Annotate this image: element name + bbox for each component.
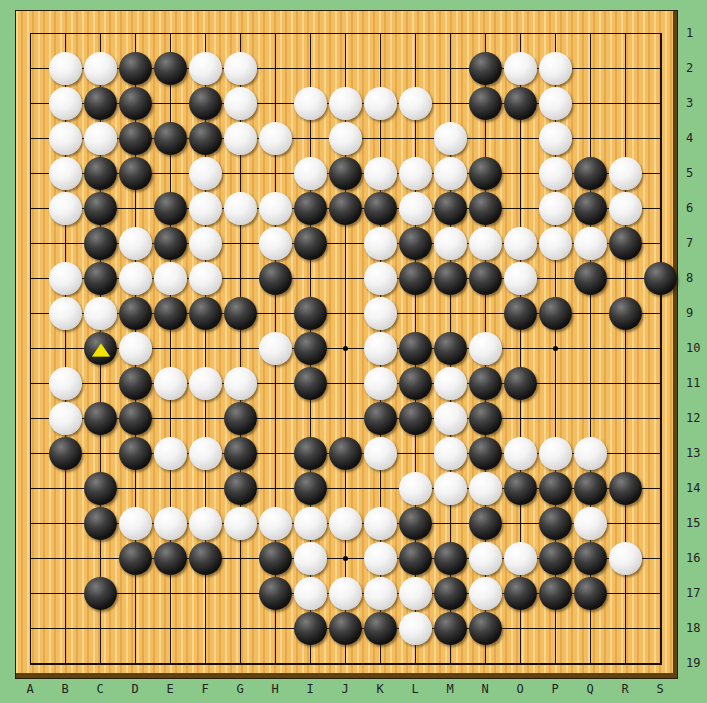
black-stone-N18 — [469, 612, 502, 645]
black-stone-R7 — [609, 227, 642, 260]
black-stone-N3 — [469, 87, 502, 120]
star-point — [553, 346, 558, 351]
white-stone-P5 — [539, 157, 572, 190]
black-stone-D11 — [119, 367, 152, 400]
black-stone-H16 — [259, 542, 292, 575]
white-stone-G15 — [224, 507, 257, 540]
black-stone-J18 — [329, 612, 362, 645]
black-stone-Q17 — [574, 577, 607, 610]
white-stone-I3 — [294, 87, 327, 120]
white-stone-P3 — [539, 87, 572, 120]
white-stone-D8 — [119, 262, 152, 295]
white-stone-G4 — [224, 122, 257, 155]
black-stone-C12 — [84, 402, 117, 435]
black-stone-R14 — [609, 472, 642, 505]
white-stone-K5 — [364, 157, 397, 190]
column-label-B: B — [61, 683, 68, 695]
black-stone-P16 — [539, 542, 572, 575]
white-stone-K15 — [364, 507, 397, 540]
black-stone-L12 — [399, 402, 432, 435]
black-stone-E7 — [154, 227, 187, 260]
black-stone-I14 — [294, 472, 327, 505]
white-stone-K16 — [364, 542, 397, 575]
white-stone-G6 — [224, 192, 257, 225]
white-stone-K7 — [364, 227, 397, 260]
black-stone-P15 — [539, 507, 572, 540]
black-stone-Q8 — [574, 262, 607, 295]
black-stone-I18 — [294, 612, 327, 645]
row-label-19: 19 — [686, 657, 700, 669]
column-label-I: I — [306, 683, 313, 695]
black-stone-L15 — [399, 507, 432, 540]
black-stone-E6 — [154, 192, 187, 225]
black-stone-J5 — [329, 157, 362, 190]
white-stone-D7 — [119, 227, 152, 260]
white-stone-P13 — [539, 437, 572, 470]
white-stone-B11 — [49, 367, 82, 400]
white-stone-L5 — [399, 157, 432, 190]
row-label-2: 2 — [686, 62, 693, 74]
black-stone-I10 — [294, 332, 327, 365]
white-stone-K13 — [364, 437, 397, 470]
goban-grid-layer[interactable] — [30, 33, 662, 665]
white-stone-H10 — [259, 332, 292, 365]
black-stone-O11 — [504, 367, 537, 400]
row-label-16: 16 — [686, 552, 700, 564]
white-stone-F11 — [189, 367, 222, 400]
white-stone-G3 — [224, 87, 257, 120]
black-stone-G14 — [224, 472, 257, 505]
black-stone-N5 — [469, 157, 502, 190]
black-stone-Q5 — [574, 157, 607, 190]
white-stone-E13 — [154, 437, 187, 470]
column-label-G: G — [236, 683, 243, 695]
white-stone-N14 — [469, 472, 502, 505]
white-stone-L14 — [399, 472, 432, 505]
black-stone-Q16 — [574, 542, 607, 575]
black-stone-K18 — [364, 612, 397, 645]
black-stone-L10 — [399, 332, 432, 365]
black-stone-D16 — [119, 542, 152, 575]
black-stone-G9 — [224, 297, 257, 330]
white-stone-O16 — [504, 542, 537, 575]
row-label-7: 7 — [686, 237, 693, 249]
black-stone-L11 — [399, 367, 432, 400]
row-label-10: 10 — [686, 342, 700, 354]
row-label-17: 17 — [686, 587, 700, 599]
white-stone-G2 — [224, 52, 257, 85]
white-stone-K10 — [364, 332, 397, 365]
column-label-L: L — [411, 683, 418, 695]
white-stone-B9 — [49, 297, 82, 330]
white-stone-P2 — [539, 52, 572, 85]
black-stone-H17 — [259, 577, 292, 610]
black-stone-I7 — [294, 227, 327, 260]
white-stone-L6 — [399, 192, 432, 225]
black-stone-O9 — [504, 297, 537, 330]
white-stone-J15 — [329, 507, 362, 540]
black-stone-Q6 — [574, 192, 607, 225]
white-stone-B8 — [49, 262, 82, 295]
white-stone-O2 — [504, 52, 537, 85]
white-stone-N7 — [469, 227, 502, 260]
white-stone-M7 — [434, 227, 467, 260]
black-stone-C8 — [84, 262, 117, 295]
white-stone-O7 — [504, 227, 537, 260]
white-stone-H15 — [259, 507, 292, 540]
black-stone-C7 — [84, 227, 117, 260]
white-stone-H6 — [259, 192, 292, 225]
white-stone-K11 — [364, 367, 397, 400]
white-stone-E15 — [154, 507, 187, 540]
black-stone-F9 — [189, 297, 222, 330]
row-label-14: 14 — [686, 482, 700, 494]
white-stone-I15 — [294, 507, 327, 540]
column-label-S: S — [656, 683, 663, 695]
white-stone-F5 — [189, 157, 222, 190]
white-stone-H4 — [259, 122, 292, 155]
black-stone-I9 — [294, 297, 327, 330]
white-stone-N10 — [469, 332, 502, 365]
white-stone-K17 — [364, 577, 397, 610]
black-stone-M6 — [434, 192, 467, 225]
row-label-3: 3 — [686, 97, 693, 109]
black-stone-E4 — [154, 122, 187, 155]
black-stone-P17 — [539, 577, 572, 610]
row-label-12: 12 — [686, 412, 700, 424]
column-label-C: C — [96, 683, 103, 695]
black-stone-N2 — [469, 52, 502, 85]
white-stone-E8 — [154, 262, 187, 295]
white-stone-Q15 — [574, 507, 607, 540]
go-app: { "game": { "name": "go", "board_size": … — [0, 0, 707, 703]
black-stone-F3 — [189, 87, 222, 120]
black-stone-J13 — [329, 437, 362, 470]
black-stone-K12 — [364, 402, 397, 435]
column-label-H: H — [271, 683, 278, 695]
black-stone-D4 — [119, 122, 152, 155]
white-stone-J3 — [329, 87, 362, 120]
marked-stone-C10 — [84, 332, 117, 365]
column-label-M: M — [446, 683, 453, 695]
white-stone-L18 — [399, 612, 432, 645]
white-stone-F8 — [189, 262, 222, 295]
white-stone-M5 — [434, 157, 467, 190]
white-stone-L17 — [399, 577, 432, 610]
black-stone-C3 — [84, 87, 117, 120]
white-stone-O8 — [504, 262, 537, 295]
white-stone-C9 — [84, 297, 117, 330]
black-stone-O17 — [504, 577, 537, 610]
star-point — [343, 556, 348, 561]
white-stone-G11 — [224, 367, 257, 400]
black-stone-O3 — [504, 87, 537, 120]
row-label-6: 6 — [686, 202, 693, 214]
black-stone-G13 — [224, 437, 257, 470]
white-stone-I17 — [294, 577, 327, 610]
column-label-D: D — [131, 683, 138, 695]
white-stone-F2 — [189, 52, 222, 85]
white-stone-B5 — [49, 157, 82, 190]
white-stone-N16 — [469, 542, 502, 575]
black-stone-E9 — [154, 297, 187, 330]
white-stone-C2 — [84, 52, 117, 85]
white-stone-I16 — [294, 542, 327, 575]
black-stone-F4 — [189, 122, 222, 155]
white-stone-L3 — [399, 87, 432, 120]
black-stone-C5 — [84, 157, 117, 190]
white-stone-R5 — [609, 157, 642, 190]
black-stone-I6 — [294, 192, 327, 225]
column-label-K: K — [376, 683, 383, 695]
black-stone-G12 — [224, 402, 257, 435]
black-stone-N13 — [469, 437, 502, 470]
black-stone-F16 — [189, 542, 222, 575]
row-label-11: 11 — [686, 377, 700, 389]
black-stone-D9 — [119, 297, 152, 330]
white-stone-D10 — [119, 332, 152, 365]
black-stone-R9 — [609, 297, 642, 330]
column-label-N: N — [481, 683, 488, 695]
black-stone-L7 — [399, 227, 432, 260]
white-stone-B6 — [49, 192, 82, 225]
row-label-4: 4 — [686, 132, 693, 144]
black-stone-L16 — [399, 542, 432, 575]
white-stone-F7 — [189, 227, 222, 260]
black-stone-B13 — [49, 437, 82, 470]
white-stone-M4 — [434, 122, 467, 155]
black-stone-M10 — [434, 332, 467, 365]
column-label-E: E — [166, 683, 173, 695]
black-stone-J6 — [329, 192, 362, 225]
white-stone-M11 — [434, 367, 467, 400]
black-stone-D2 — [119, 52, 152, 85]
white-stone-B3 — [49, 87, 82, 120]
white-stone-K9 — [364, 297, 397, 330]
white-stone-C4 — [84, 122, 117, 155]
row-label-9: 9 — [686, 307, 693, 319]
black-stone-H8 — [259, 262, 292, 295]
white-stone-J4 — [329, 122, 362, 155]
column-label-F: F — [201, 683, 208, 695]
white-stone-K3 — [364, 87, 397, 120]
column-label-O: O — [516, 683, 523, 695]
black-stone-I13 — [294, 437, 327, 470]
white-stone-P4 — [539, 122, 572, 155]
white-stone-Q13 — [574, 437, 607, 470]
white-stone-B2 — [49, 52, 82, 85]
black-stone-L8 — [399, 262, 432, 295]
row-label-5: 5 — [686, 167, 693, 179]
white-stone-N17 — [469, 577, 502, 610]
black-stone-D5 — [119, 157, 152, 190]
white-stone-Q7 — [574, 227, 607, 260]
black-stone-M18 — [434, 612, 467, 645]
black-stone-D3 — [119, 87, 152, 120]
goban-board — [16, 11, 677, 678]
row-label-13: 13 — [686, 447, 700, 459]
column-label-A: A — [26, 683, 33, 695]
white-stone-B12 — [49, 402, 82, 435]
white-stone-D15 — [119, 507, 152, 540]
black-stone-O14 — [504, 472, 537, 505]
white-stone-F13 — [189, 437, 222, 470]
white-stone-M13 — [434, 437, 467, 470]
black-stone-P14 — [539, 472, 572, 505]
black-stone-C6 — [84, 192, 117, 225]
white-stone-M12 — [434, 402, 467, 435]
white-stone-M14 — [434, 472, 467, 505]
black-stone-D13 — [119, 437, 152, 470]
black-stone-P9 — [539, 297, 572, 330]
white-stone-E11 — [154, 367, 187, 400]
white-stone-F6 — [189, 192, 222, 225]
column-label-P: P — [551, 683, 558, 695]
black-stone-M17 — [434, 577, 467, 610]
row-label-8: 8 — [686, 272, 693, 284]
black-stone-N6 — [469, 192, 502, 225]
black-stone-M16 — [434, 542, 467, 575]
triangle-marker-icon — [92, 343, 110, 356]
black-stone-E2 — [154, 52, 187, 85]
white-stone-I5 — [294, 157, 327, 190]
row-label-1: 1 — [686, 27, 693, 39]
white-stone-K8 — [364, 262, 397, 295]
white-stone-J17 — [329, 577, 362, 610]
white-stone-R16 — [609, 542, 642, 575]
white-stone-O13 — [504, 437, 537, 470]
column-label-Q: Q — [586, 683, 593, 695]
black-stone-D12 — [119, 402, 152, 435]
white-stone-P6 — [539, 192, 572, 225]
white-stone-F15 — [189, 507, 222, 540]
black-stone-Q14 — [574, 472, 607, 505]
black-stone-N15 — [469, 507, 502, 540]
black-stone-K6 — [364, 192, 397, 225]
black-stone-N8 — [469, 262, 502, 295]
black-stone-N12 — [469, 402, 502, 435]
white-stone-B4 — [49, 122, 82, 155]
black-stone-C15 — [84, 507, 117, 540]
black-stone-I11 — [294, 367, 327, 400]
black-stone-S8 — [644, 262, 677, 295]
black-stone-C14 — [84, 472, 117, 505]
star-point — [343, 346, 348, 351]
black-stone-M8 — [434, 262, 467, 295]
row-label-18: 18 — [686, 622, 700, 634]
column-label-R: R — [621, 683, 628, 695]
black-stone-N11 — [469, 367, 502, 400]
black-stone-C17 — [84, 577, 117, 610]
black-stone-E16 — [154, 542, 187, 575]
row-label-15: 15 — [686, 517, 700, 529]
white-stone-R6 — [609, 192, 642, 225]
column-label-J: J — [341, 683, 348, 695]
white-stone-H7 — [259, 227, 292, 260]
white-stone-P7 — [539, 227, 572, 260]
